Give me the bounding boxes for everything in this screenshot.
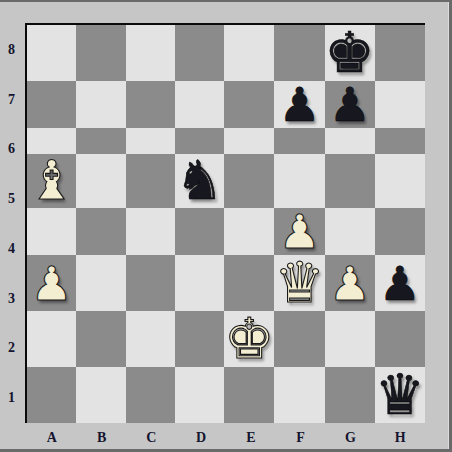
- chess-board: ♚♟♟♝♞♟♟♛♟♟♚♛: [25, 23, 425, 423]
- file-label-f: F: [276, 429, 326, 447]
- square-b7[interactable]: [76, 81, 125, 128]
- square-h5[interactable]: [375, 154, 425, 208]
- file-label-a: A: [27, 429, 77, 447]
- chess-board-panel: 87654321 ABCDEFGH ♚♟♟♝♞♟♟♛♟♟♚♛: [0, 0, 452, 452]
- square-g2[interactable]: [325, 311, 375, 367]
- rank-label-1: 1: [0, 373, 23, 423]
- square-h8[interactable]: [375, 25, 425, 81]
- square-f3[interactable]: ♛: [274, 255, 324, 311]
- rank-label-5: 5: [0, 174, 23, 224]
- black-king[interactable]: ♚: [325, 25, 375, 81]
- black-pawn[interactable]: ♟: [325, 81, 375, 128]
- square-g1[interactable]: [325, 367, 375, 423]
- square-e7[interactable]: [224, 81, 274, 128]
- square-e5[interactable]: [224, 154, 274, 208]
- square-c5[interactable]: [126, 154, 175, 208]
- rank-label-3: 3: [0, 274, 23, 324]
- square-e8[interactable]: [224, 25, 274, 81]
- frame-top-edge: [0, 0, 452, 2]
- square-h2[interactable]: [375, 311, 425, 367]
- square-b5[interactable]: [76, 154, 125, 208]
- square-c3[interactable]: [126, 255, 175, 311]
- file-label-e: E: [226, 429, 276, 447]
- square-b4[interactable]: [76, 208, 125, 255]
- white-king[interactable]: ♚: [224, 311, 274, 367]
- rank-label-6: 6: [0, 125, 23, 175]
- square-b2[interactable]: [76, 311, 125, 367]
- square-d8[interactable]: [175, 25, 224, 81]
- square-e2[interactable]: ♚: [224, 311, 274, 367]
- square-c1[interactable]: [126, 367, 175, 423]
- square-a7[interactable]: [27, 81, 76, 128]
- rank-label-8: 8: [0, 25, 23, 75]
- white-pawn[interactable]: ♟: [274, 208, 324, 255]
- square-f7[interactable]: ♟: [274, 81, 324, 128]
- square-d5[interactable]: ♞: [175, 154, 224, 208]
- square-d7[interactable]: [175, 81, 224, 128]
- square-h7[interactable]: [375, 81, 425, 128]
- file-label-d: D: [176, 429, 226, 447]
- square-h6[interactable]: [375, 128, 425, 154]
- square-c8[interactable]: [126, 25, 175, 81]
- square-g4[interactable]: [325, 208, 375, 255]
- square-h3[interactable]: ♟: [375, 255, 425, 311]
- square-c4[interactable]: [126, 208, 175, 255]
- square-f5[interactable]: [274, 154, 324, 208]
- square-g7[interactable]: ♟: [325, 81, 375, 128]
- rank-label-4: 4: [0, 224, 23, 274]
- file-label-b: B: [77, 429, 127, 447]
- square-e6[interactable]: [224, 128, 274, 154]
- square-d3[interactable]: [175, 255, 224, 311]
- square-f2[interactable]: [274, 311, 324, 367]
- square-b3[interactable]: [76, 255, 125, 311]
- black-knight[interactable]: ♞: [175, 154, 224, 208]
- square-f6[interactable]: [274, 128, 324, 154]
- white-pawn[interactable]: ♟: [27, 255, 76, 311]
- square-b8[interactable]: [76, 25, 125, 81]
- white-pawn[interactable]: ♟: [325, 255, 375, 311]
- square-h4[interactable]: [375, 208, 425, 255]
- square-a2[interactable]: [27, 311, 76, 367]
- square-b6[interactable]: [76, 128, 125, 154]
- square-f1[interactable]: [274, 367, 324, 423]
- square-h1[interactable]: ♛: [375, 367, 425, 423]
- rank-label-7: 7: [0, 75, 23, 125]
- square-e4[interactable]: [224, 208, 274, 255]
- rank-label-2: 2: [0, 324, 23, 374]
- file-label-h: H: [375, 429, 425, 447]
- white-bishop[interactable]: ♝: [27, 154, 76, 208]
- square-a5[interactable]: ♝: [27, 154, 76, 208]
- square-g5[interactable]: [325, 154, 375, 208]
- square-a1[interactable]: [27, 367, 76, 423]
- square-c7[interactable]: [126, 81, 175, 128]
- file-label-g: G: [326, 429, 376, 447]
- square-d2[interactable]: [175, 311, 224, 367]
- square-g8[interactable]: ♚: [325, 25, 375, 81]
- square-g6[interactable]: [325, 128, 375, 154]
- square-a3[interactable]: ♟: [27, 255, 76, 311]
- square-f8[interactable]: [274, 25, 324, 81]
- square-d4[interactable]: [175, 208, 224, 255]
- square-c6[interactable]: [126, 128, 175, 154]
- black-queen[interactable]: ♛: [375, 367, 425, 423]
- square-a4[interactable]: [27, 208, 76, 255]
- file-label-c: C: [127, 429, 177, 447]
- square-e1[interactable]: [224, 367, 274, 423]
- square-e3[interactable]: [224, 255, 274, 311]
- square-f4[interactable]: ♟: [274, 208, 324, 255]
- square-d1[interactable]: [175, 367, 224, 423]
- black-pawn[interactable]: ♟: [274, 81, 324, 128]
- square-b1[interactable]: [76, 367, 125, 423]
- white-queen[interactable]: ♛: [274, 255, 324, 311]
- square-c2[interactable]: [126, 311, 175, 367]
- black-pawn[interactable]: ♟: [375, 255, 425, 311]
- square-g3[interactable]: ♟: [325, 255, 375, 311]
- square-a8[interactable]: [27, 25, 76, 81]
